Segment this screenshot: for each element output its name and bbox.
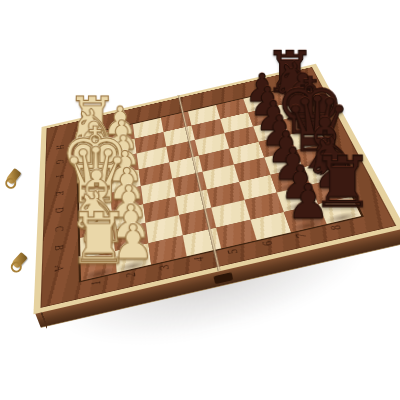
board-side-left: [40, 126, 51, 330]
black-rook-a8: ♜: [311, 148, 374, 218]
white-pawn-a2: ♟: [112, 219, 155, 267]
square-a8: ♜: [318, 196, 361, 224]
product-photo-canvas: 12345678 HGFEDCBA ♜♟♟♜♞♟♟♞♝♟♟♝♚♟♟♚♛♟♟♛♝♟…: [0, 0, 400, 400]
front-latch-notch: [213, 272, 233, 284]
square-a5: [216, 220, 256, 249]
square-a2: ♟: [114, 243, 151, 273]
